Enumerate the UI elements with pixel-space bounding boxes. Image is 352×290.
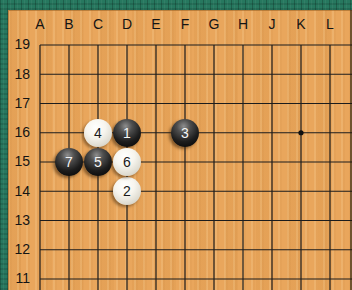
table-background: ABCDEFGHJKL 191817161514131211 1234567	[0, 0, 352, 290]
stone-white-d14[interactable]: 2	[113, 177, 141, 205]
move-number: 7	[65, 154, 73, 170]
move-number: 4	[94, 125, 102, 141]
move-number: 1	[123, 125, 131, 141]
move-number: 5	[94, 154, 102, 170]
stone-black-f16[interactable]: 3	[171, 119, 199, 147]
move-number: 6	[123, 154, 131, 170]
move-number: 3	[181, 125, 189, 141]
stone-white-d15[interactable]: 6	[113, 148, 141, 176]
go-board[interactable]: ABCDEFGHJKL 191817161514131211 1234567	[8, 10, 352, 290]
stone-black-b15[interactable]: 7	[55, 148, 83, 176]
stone-white-c16[interactable]: 4	[84, 119, 112, 147]
stone-black-c15[interactable]: 5	[84, 148, 112, 176]
stone-black-d16[interactable]: 1	[113, 119, 141, 147]
move-number: 2	[123, 183, 131, 199]
stone-layer: 1234567	[26, 30, 345, 290]
